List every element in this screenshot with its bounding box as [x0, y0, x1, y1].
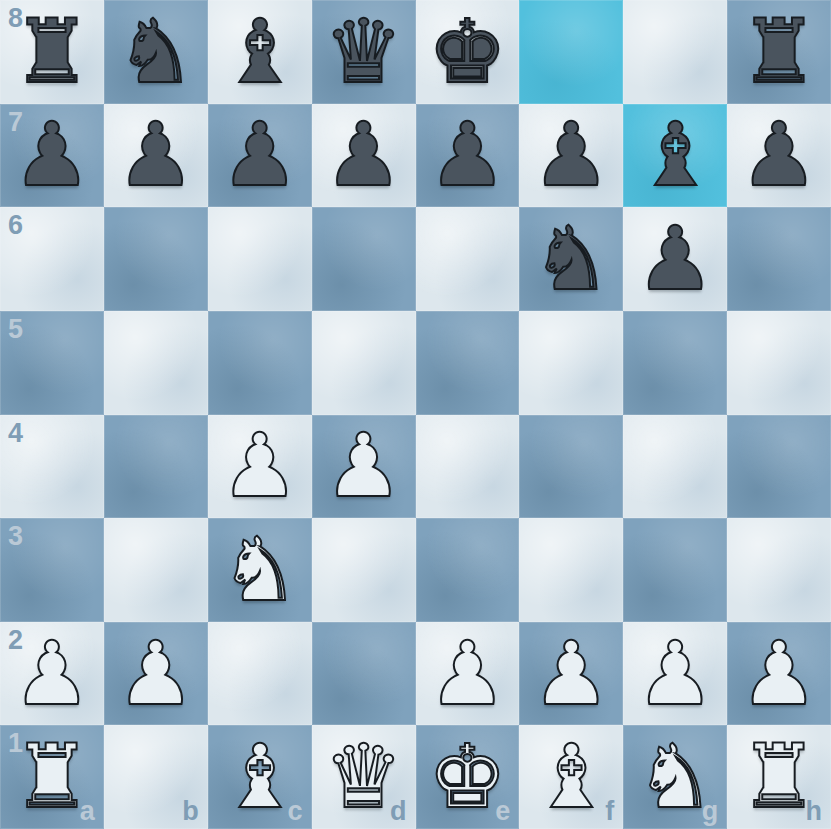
square-h1[interactable]: h♜	[727, 725, 831, 829]
square-f5[interactable]	[519, 311, 623, 415]
square-c4[interactable]: ♟	[208, 415, 312, 519]
piece-black-pawn[interactable]: ♟	[116, 111, 195, 199]
square-b3[interactable]	[104, 518, 208, 622]
piece-white-bishop[interactable]: ♝	[220, 733, 299, 821]
square-f8[interactable]	[519, 0, 623, 104]
piece-white-bishop[interactable]: ♝	[532, 733, 611, 821]
square-d7[interactable]: ♟	[312, 104, 416, 208]
square-a5[interactable]: 5	[0, 311, 104, 415]
square-h6[interactable]	[727, 207, 831, 311]
square-g5[interactable]	[623, 311, 727, 415]
square-b6[interactable]	[104, 207, 208, 311]
piece-black-pawn[interactable]: ♟	[324, 111, 403, 199]
piece-black-knight[interactable]: ♞	[116, 8, 195, 96]
square-g4[interactable]	[623, 415, 727, 519]
square-e3[interactable]	[416, 518, 520, 622]
square-e7[interactable]: ♟	[416, 104, 520, 208]
square-g3[interactable]	[623, 518, 727, 622]
piece-white-pawn[interactable]: ♟	[220, 422, 299, 510]
rank-label-6: 6	[8, 212, 23, 239]
piece-black-rook[interactable]: ♜	[740, 8, 819, 96]
piece-white-pawn[interactable]: ♟	[532, 630, 611, 718]
piece-black-knight[interactable]: ♞	[532, 215, 611, 303]
piece-white-pawn[interactable]: ♟	[740, 630, 819, 718]
square-f7[interactable]: ♟	[519, 104, 623, 208]
square-d5[interactable]	[312, 311, 416, 415]
square-e1[interactable]: e♚	[416, 725, 520, 829]
piece-black-pawn[interactable]: ♟	[740, 111, 819, 199]
piece-black-pawn[interactable]: ♟	[220, 111, 299, 199]
piece-white-pawn[interactable]: ♟	[428, 630, 507, 718]
square-a8[interactable]: 8♜	[0, 0, 104, 104]
square-d8[interactable]: ♛	[312, 0, 416, 104]
square-a4[interactable]: 4	[0, 415, 104, 519]
square-b8[interactable]: ♞	[104, 0, 208, 104]
square-c8[interactable]: ♝	[208, 0, 312, 104]
square-e4[interactable]	[416, 415, 520, 519]
square-a7[interactable]: 7♟	[0, 104, 104, 208]
square-f1[interactable]: f♝	[519, 725, 623, 829]
square-f6[interactable]: ♞	[519, 207, 623, 311]
square-h3[interactable]	[727, 518, 831, 622]
square-e6[interactable]	[416, 207, 520, 311]
square-e2[interactable]: ♟	[416, 622, 520, 726]
chess-board: 8♜♞♝♛♚♜7♟♟♟♟♟♟♝♟6♞♟54♟♟3♞2♟♟♟♟♟♟1a♜bc♝d♛…	[0, 0, 831, 829]
square-c1[interactable]: c♝	[208, 725, 312, 829]
square-a1[interactable]: 1a♜	[0, 725, 104, 829]
piece-white-knight[interactable]: ♞	[636, 733, 715, 821]
square-c5[interactable]	[208, 311, 312, 415]
square-d2[interactable]	[312, 622, 416, 726]
rank-label-3: 3	[8, 523, 23, 550]
piece-white-pawn[interactable]: ♟	[12, 630, 91, 718]
piece-white-queen[interactable]: ♛	[324, 733, 403, 821]
square-d1[interactable]: d♛	[312, 725, 416, 829]
square-c6[interactable]	[208, 207, 312, 311]
piece-black-king[interactable]: ♚	[428, 8, 507, 96]
square-h7[interactable]: ♟	[727, 104, 831, 208]
piece-white-knight[interactable]: ♞	[220, 526, 299, 614]
piece-white-rook[interactable]: ♜	[12, 733, 91, 821]
square-e5[interactable]	[416, 311, 520, 415]
piece-white-pawn[interactable]: ♟	[324, 422, 403, 510]
piece-black-bishop[interactable]: ♝	[636, 111, 715, 199]
square-c7[interactable]: ♟	[208, 104, 312, 208]
square-b4[interactable]	[104, 415, 208, 519]
square-h4[interactable]	[727, 415, 831, 519]
piece-white-rook[interactable]: ♜	[740, 733, 819, 821]
rank-label-4: 4	[8, 420, 23, 447]
piece-black-queen[interactable]: ♛	[324, 8, 403, 96]
square-c2[interactable]	[208, 622, 312, 726]
piece-white-pawn[interactable]: ♟	[116, 630, 195, 718]
piece-white-king[interactable]: ♚	[428, 733, 507, 821]
square-h2[interactable]: ♟	[727, 622, 831, 726]
chess-board-container: 8♜♞♝♛♚♜7♟♟♟♟♟♟♝♟6♞♟54♟♟3♞2♟♟♟♟♟♟1a♜bc♝d♛…	[0, 0, 831, 829]
piece-black-pawn[interactable]: ♟	[12, 111, 91, 199]
piece-black-pawn[interactable]: ♟	[532, 111, 611, 199]
square-g1[interactable]: g♞	[623, 725, 727, 829]
piece-black-rook[interactable]: ♜	[12, 8, 91, 96]
piece-black-pawn[interactable]: ♟	[636, 215, 715, 303]
rank-label-5: 5	[8, 316, 23, 343]
square-a2[interactable]: 2♟	[0, 622, 104, 726]
square-b1[interactable]: b	[104, 725, 208, 829]
piece-black-bishop[interactable]: ♝	[220, 8, 299, 96]
square-g8[interactable]	[623, 0, 727, 104]
square-d6[interactable]	[312, 207, 416, 311]
square-g6[interactable]: ♟	[623, 207, 727, 311]
square-b5[interactable]	[104, 311, 208, 415]
square-a3[interactable]: 3	[0, 518, 104, 622]
square-g2[interactable]: ♟	[623, 622, 727, 726]
square-d3[interactable]	[312, 518, 416, 622]
file-label-b: b	[182, 798, 199, 825]
square-a6[interactable]: 6	[0, 207, 104, 311]
square-g7[interactable]: ♝	[623, 104, 727, 208]
square-e8[interactable]: ♚	[416, 0, 520, 104]
square-d4[interactable]: ♟	[312, 415, 416, 519]
square-f4[interactable]	[519, 415, 623, 519]
square-f3[interactable]	[519, 518, 623, 622]
piece-black-pawn[interactable]: ♟	[428, 111, 507, 199]
square-h5[interactable]	[727, 311, 831, 415]
square-f2[interactable]: ♟	[519, 622, 623, 726]
square-c3[interactable]: ♞	[208, 518, 312, 622]
piece-white-pawn[interactable]: ♟	[636, 630, 715, 718]
square-h8[interactable]: ♜	[727, 0, 831, 104]
square-b7[interactable]: ♟	[104, 104, 208, 208]
square-b2[interactable]: ♟	[104, 622, 208, 726]
